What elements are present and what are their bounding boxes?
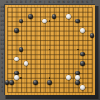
board-grid[interactable]: [5, 5, 95, 95]
row-label-2: 2: [0, 86, 4, 89]
row-label-14: 14: [0, 29, 4, 32]
row-label-1: 1: [0, 90, 4, 93]
row-label-3: 3: [0, 81, 4, 84]
row-label-11: 11: [0, 43, 4, 46]
row-label-16: 16: [0, 20, 4, 23]
star-point: [49, 20, 51, 22]
black-stone-T13: [90, 33, 95, 38]
white-stone-C8: [14, 57, 19, 62]
white-stone-R2: [80, 85, 85, 90]
star-point: [49, 77, 51, 79]
black-stone-L17: [52, 14, 57, 19]
black-stone-F17: [28, 14, 33, 19]
white-stone-O4: [66, 75, 71, 80]
row-label-13: 13: [0, 34, 4, 37]
white-stone-E7: [24, 61, 29, 66]
row-label-6: 6: [0, 67, 4, 70]
star-point: [20, 77, 22, 79]
row-label-18: 18: [0, 10, 4, 13]
row-label-15: 15: [0, 24, 4, 27]
white-stone-O17: [66, 14, 71, 19]
white-stone-J16: [42, 19, 47, 24]
white-stone-C4: [14, 75, 19, 80]
black-stone-D16: [19, 19, 24, 24]
row-label-7: 7: [0, 62, 4, 65]
black-stone-R7: [80, 61, 85, 66]
row-label-5: 5: [0, 72, 4, 75]
row-label-10: 10: [0, 48, 4, 51]
black-stone-Q16: [75, 19, 80, 24]
black-stone-B3: [9, 80, 14, 85]
black-stone-Q3: [75, 80, 80, 85]
column-label-T: T: [90, 1, 95, 4]
goban-window-frame: ABCDEFGHJKLMNOPQRST 19181716151413121110…: [0, 0, 100, 100]
black-stone-R9: [80, 52, 85, 57]
row-label-8: 8: [0, 57, 4, 60]
white-stone-R14: [80, 28, 85, 33]
row-label-4: 4: [0, 76, 4, 79]
go-board[interactable]: [5, 5, 95, 95]
row-label-12: 12: [0, 39, 4, 42]
black-stone-C14: [14, 28, 19, 33]
black-stone-K3: [47, 80, 52, 85]
black-stone-G3: [33, 80, 38, 85]
star-point: [49, 49, 51, 51]
row-label-17: 17: [0, 15, 4, 18]
row-label-9: 9: [0, 53, 4, 56]
black-stone-D10: [19, 47, 24, 52]
star-point: [77, 49, 79, 51]
row-label-19: 19: [0, 6, 4, 9]
